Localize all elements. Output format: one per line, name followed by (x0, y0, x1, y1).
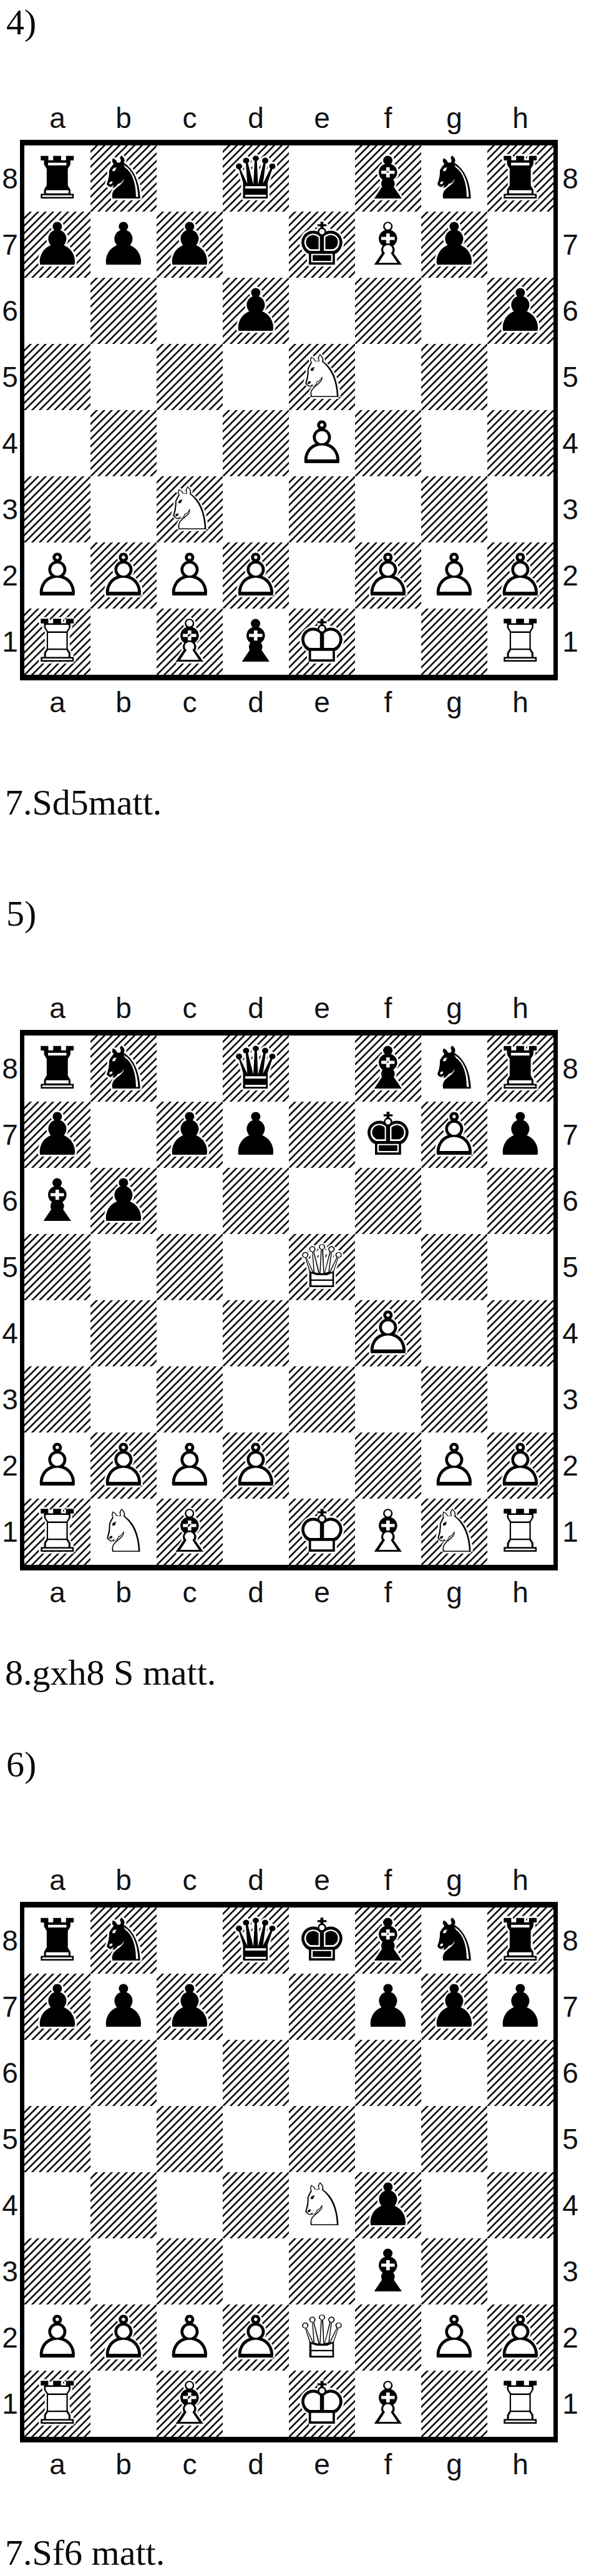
piece-white-rook: ♜♖ (24, 2371, 90, 2437)
square-a4 (24, 1300, 90, 1366)
piece-glyph: ♝ (355, 2238, 421, 2304)
file-label-d: d (248, 991, 264, 1025)
piece-black-knight: ♞ (421, 145, 487, 212)
piece-glyph: ♙ (421, 542, 487, 609)
piece-glyph: ♟ (355, 1974, 421, 2040)
file-label-c: c (183, 101, 197, 135)
square-c1: ♝♗ (157, 2371, 223, 2437)
piece-glyph: ♙ (24, 2304, 90, 2371)
square-c8 (157, 1908, 223, 1974)
piece-black-knight: ♞ (421, 1908, 487, 1974)
square-h1: ♜♖ (487, 1499, 553, 1565)
piece-glyph: ♙ (157, 1432, 223, 1499)
rank-label-8: 8 (562, 1052, 578, 1085)
square-g2: ♟♙ (421, 542, 487, 609)
square-e6 (289, 2040, 355, 2106)
square-e4: ♟♙ (289, 410, 355, 476)
piece-glyph: ♟ (157, 1974, 223, 2040)
piece-white-rook: ♜♖ (487, 2371, 553, 2437)
file-label-b: b (115, 2447, 132, 2481)
square-c7: ♟ (157, 1974, 223, 2040)
square-h3 (487, 476, 553, 542)
piece-glyph: ♘ (157, 476, 223, 542)
square-d6: ♟ (223, 278, 289, 344)
square-g3 (421, 2238, 487, 2304)
square-f2 (355, 2304, 421, 2371)
square-d8: ♛ (223, 145, 289, 212)
file-label-b: b (115, 1575, 132, 1609)
square-e7 (289, 1102, 355, 1168)
rank-label-7: 7 (2, 228, 18, 262)
rank-label-2: 2 (562, 559, 578, 592)
square-c5 (157, 1234, 223, 1300)
piece-black-bishop: ♝ (223, 609, 289, 675)
file-label-g: g (446, 685, 462, 719)
piece-black-rook: ♜ (24, 145, 90, 212)
square-g5 (421, 2106, 487, 2172)
piece-glyph: ♞ (421, 145, 487, 212)
square-e3 (289, 1366, 355, 1432)
rank-label-3: 3 (2, 1383, 18, 1416)
piece-glyph: ♙ (355, 1300, 421, 1366)
square-h3 (487, 2238, 553, 2304)
square-d7 (223, 212, 289, 278)
square-d2: ♟♙ (223, 1432, 289, 1499)
piece-glyph: ♞ (421, 1036, 487, 1102)
diagram-section-6: 6) abcdefgh 87654321 ♜♞♛♚♝♞♜♟♟♟♟♟♟♞♘♟♝♟♙… (0, 1745, 599, 2576)
square-g5 (421, 344, 487, 410)
rank-label-5: 5 (562, 2122, 578, 2156)
square-b1 (90, 609, 157, 675)
square-a8: ♜ (24, 1908, 90, 1974)
file-label-f: f (384, 2447, 392, 2481)
rank-label-7: 7 (562, 228, 578, 262)
square-h6 (487, 2040, 553, 2106)
piece-glyph: ♟ (487, 1102, 553, 1168)
piece-black-pawn: ♟ (90, 1974, 157, 2040)
file-label-d: d (248, 2447, 264, 2481)
square-b4 (90, 2172, 157, 2238)
rank-label-3: 3 (2, 492, 18, 526)
rank-label-4: 4 (562, 2188, 578, 2222)
file-label-d: d (248, 1863, 264, 1897)
piece-glyph: ♟ (421, 212, 487, 278)
piece-white-pawn: ♟♙ (90, 2304, 157, 2371)
piece-white-pawn: ♟♙ (487, 1432, 553, 1499)
file-label-c: c (183, 1863, 197, 1897)
piece-glyph: ♝ (355, 1908, 421, 1974)
piece-white-knight: ♞♘ (289, 344, 355, 410)
square-e8 (289, 1036, 355, 1102)
rank-labels-left: 87654321 (0, 1030, 20, 1565)
piece-white-pawn: ♟♙ (157, 2304, 223, 2371)
piece-glyph: ♟ (223, 1102, 289, 1168)
board-grid: ♜♞♛♝♞♜♟♟♟♚♟♙♟♝♟♛♕♟♙♟♙♟♙♟♙♟♙♟♙♟♙♜♖♞♘♝♗♚♔♝… (20, 1030, 558, 1570)
square-b5 (90, 344, 157, 410)
square-c6 (157, 1168, 223, 1234)
diagram-section-4: 4) abcdefgh 87654321 ♜♞♛♝♞♜♟♟♟♚♝♗♟♟♟♞♘♟♙… (0, 0, 599, 894)
file-labels-top: abcdefgh (24, 1863, 599, 1897)
rank-label-6: 6 (2, 2056, 18, 2090)
square-g5 (421, 1234, 487, 1300)
piece-glyph: ♚ (355, 1102, 421, 1168)
square-e5: ♞♘ (289, 344, 355, 410)
file-label-g: g (446, 1575, 462, 1609)
square-a6 (24, 2040, 90, 2106)
piece-glyph: ♟ (90, 1168, 157, 1234)
square-d1 (223, 2371, 289, 2437)
square-b2: ♟♙ (90, 542, 157, 609)
piece-glyph: ♝ (223, 609, 289, 675)
piece-white-queen: ♛♕ (289, 2304, 355, 2371)
rank-label-4: 4 (2, 2188, 18, 2222)
square-d3 (223, 1366, 289, 1432)
diagram-section-5: 5) abcdefgh 87654321 ♜♞♛♝♞♜♟♟♟♚♟♙♟♝♟♛♕♟♙… (0, 894, 599, 1745)
file-label-e: e (314, 991, 330, 1025)
square-f2: ♟♙ (355, 542, 421, 609)
piece-white-king: ♚♔ (289, 2371, 355, 2437)
piece-glyph: ♞ (90, 1036, 157, 1102)
rank-label-3: 3 (562, 1383, 578, 1416)
file-label-b: b (115, 991, 132, 1025)
piece-white-pawn: ♟♙ (355, 1300, 421, 1366)
rank-label-1: 1 (2, 625, 18, 659)
square-h3 (487, 1366, 553, 1432)
piece-glyph: ♟ (157, 212, 223, 278)
piece-glyph: ♔ (289, 609, 355, 675)
piece-black-bishop: ♝ (355, 2238, 421, 2304)
square-d5 (223, 344, 289, 410)
file-label-e: e (314, 2447, 330, 2481)
square-c2: ♟♙ (157, 2304, 223, 2371)
square-d3 (223, 476, 289, 542)
square-c4 (157, 410, 223, 476)
square-f7: ♚ (355, 1102, 421, 1168)
square-g6 (421, 278, 487, 344)
piece-glyph: ♜ (487, 1036, 553, 1102)
square-b6: ♟ (90, 1168, 157, 1234)
square-e8: ♚ (289, 1908, 355, 1974)
piece-white-pawn: ♟♙ (24, 542, 90, 609)
square-a2: ♟♙ (24, 542, 90, 609)
piece-white-rook: ♜♖ (487, 609, 553, 675)
file-label-h: h (512, 991, 528, 1025)
square-b8: ♞ (90, 1908, 157, 1974)
square-c8 (157, 145, 223, 212)
square-d7: ♟ (223, 1102, 289, 1168)
square-h1: ♜♖ (487, 2371, 553, 2437)
rank-label-4: 4 (562, 426, 578, 460)
file-labels-bottom: abcdefgh (24, 685, 599, 719)
board-grid: ♜♞♛♚♝♞♜♟♟♟♟♟♟♞♘♟♝♟♙♟♙♟♙♟♙♛♕♟♙♟♙♜♖♝♗♚♔♝♗♜… (20, 1902, 558, 2442)
square-f4: ♟♙ (355, 1300, 421, 1366)
piece-black-bishop: ♝ (355, 1908, 421, 1974)
square-a6 (24, 278, 90, 344)
file-label-c: c (183, 2447, 197, 2481)
piece-glyph: ♛ (223, 1036, 289, 1102)
file-label-c: c (183, 1575, 197, 1609)
file-label-a: a (49, 101, 66, 135)
piece-black-knight: ♞ (421, 1036, 487, 1102)
piece-glyph: ♚ (289, 1908, 355, 1974)
file-label-g: g (446, 1863, 462, 1897)
piece-black-queen: ♛ (223, 145, 289, 212)
piece-white-pawn: ♟♙ (223, 2304, 289, 2371)
square-e4 (289, 1300, 355, 1366)
piece-glyph: ♝ (24, 1168, 90, 1234)
square-g1 (421, 2371, 487, 2437)
square-h8: ♜ (487, 145, 553, 212)
rank-label-8: 8 (562, 162, 578, 195)
square-a5 (24, 344, 90, 410)
square-a5 (24, 1234, 90, 1300)
piece-black-rook: ♜ (487, 145, 553, 212)
square-g1: ♞♘ (421, 1499, 487, 1565)
square-d4 (223, 1300, 289, 1366)
piece-glyph: ♚ (289, 212, 355, 278)
square-e3 (289, 2238, 355, 2304)
square-c3 (157, 1366, 223, 1432)
piece-glyph: ♟ (24, 212, 90, 278)
file-label-e: e (314, 1575, 330, 1609)
square-b6 (90, 278, 157, 344)
file-label-a: a (49, 685, 66, 719)
rank-label-8: 8 (2, 162, 18, 195)
piece-glyph: ♙ (421, 2304, 487, 2371)
file-label-a: a (49, 1575, 66, 1609)
piece-glyph: ♙ (487, 542, 553, 609)
square-f6 (355, 2040, 421, 2106)
piece-white-pawn: ♟♙ (421, 542, 487, 609)
piece-white-rook: ♜♖ (487, 1499, 553, 1565)
file-label-h: h (512, 1863, 528, 1897)
square-a4 (24, 2172, 90, 2238)
piece-black-pawn: ♟ (90, 212, 157, 278)
square-e1: ♚♔ (289, 1499, 355, 1565)
square-g1 (421, 609, 487, 675)
piece-glyph: ♙ (421, 1432, 487, 1499)
square-h2: ♟♙ (487, 1432, 553, 1499)
square-b3 (90, 2238, 157, 2304)
piece-glyph: ♙ (24, 542, 90, 609)
piece-glyph: ♖ (487, 609, 553, 675)
square-f8: ♝ (355, 1036, 421, 1102)
piece-black-pawn: ♟ (90, 1168, 157, 1234)
file-label-b: b (115, 685, 132, 719)
square-d1 (223, 1499, 289, 1565)
square-f1 (355, 609, 421, 675)
piece-white-pawn: ♟♙ (421, 2304, 487, 2371)
piece-glyph: ♜ (24, 145, 90, 212)
square-c1: ♝♗ (157, 609, 223, 675)
piece-glyph: ♙ (421, 1102, 487, 1168)
square-g7: ♟ (421, 1974, 487, 2040)
square-g3 (421, 1366, 487, 1432)
piece-white-pawn: ♟♙ (487, 2304, 553, 2371)
piece-glyph: ♛ (223, 145, 289, 212)
square-g3 (421, 476, 487, 542)
square-b2: ♟♙ (90, 1432, 157, 1499)
square-c7: ♟ (157, 1102, 223, 1168)
piece-glyph: ♗ (355, 2371, 421, 2437)
square-d7 (223, 1974, 289, 2040)
piece-glyph: ♙ (223, 2304, 289, 2371)
file-label-c: c (183, 685, 197, 719)
piece-black-pawn: ♟ (223, 278, 289, 344)
rank-label-2: 2 (562, 2321, 578, 2354)
piece-glyph: ♖ (24, 2371, 90, 2437)
move-caption: 7.Sf6 matt. (5, 2533, 165, 2573)
square-f6 (355, 1168, 421, 1234)
square-a2: ♟♙ (24, 1432, 90, 1499)
file-label-e: e (314, 1863, 330, 1897)
piece-white-rook: ♜♖ (24, 1499, 90, 1565)
piece-black-bishop: ♝ (24, 1168, 90, 1234)
diagram-number: 4) (6, 2, 36, 42)
square-b7: ♟ (90, 1974, 157, 2040)
piece-black-pawn: ♟ (487, 278, 553, 344)
piece-white-bishop: ♝♗ (157, 609, 223, 675)
square-f7: ♟ (355, 1974, 421, 2040)
piece-black-pawn: ♟ (487, 1974, 553, 2040)
square-h5 (487, 344, 553, 410)
file-label-d: d (248, 685, 264, 719)
piece-glyph: ♙ (90, 2304, 157, 2371)
file-label-h: h (512, 1575, 528, 1609)
piece-black-king: ♚ (289, 1908, 355, 1974)
piece-glyph: ♔ (289, 2371, 355, 2437)
file-label-a: a (49, 1863, 66, 1897)
square-f7: ♝♗ (355, 212, 421, 278)
square-a3 (24, 2238, 90, 2304)
piece-white-pawn: ♟♙ (487, 542, 553, 609)
square-f4 (355, 410, 421, 476)
piece-white-pawn: ♟♙ (355, 542, 421, 609)
rank-label-6: 6 (562, 2056, 578, 2090)
square-a1: ♜♖ (24, 1499, 90, 1565)
file-label-a: a (49, 2447, 66, 2481)
file-label-f: f (384, 991, 392, 1025)
file-label-d: d (248, 1575, 264, 1609)
piece-glyph: ♙ (24, 1432, 90, 1499)
piece-white-king: ♚♔ (289, 609, 355, 675)
file-label-b: b (115, 101, 132, 135)
file-labels-top: abcdefgh (24, 991, 599, 1025)
square-c5 (157, 344, 223, 410)
square-h1: ♜♖ (487, 609, 553, 675)
square-f4: ♟ (355, 2172, 421, 2238)
square-b2: ♟♙ (90, 2304, 157, 2371)
square-h4 (487, 2172, 553, 2238)
piece-white-pawn: ♟♙ (157, 1432, 223, 1499)
square-e1: ♚♔ (289, 609, 355, 675)
file-label-f: f (384, 685, 392, 719)
square-a7: ♟ (24, 1102, 90, 1168)
piece-glyph: ♙ (157, 2304, 223, 2371)
piece-glyph: ♗ (157, 609, 223, 675)
piece-glyph: ♝ (355, 145, 421, 212)
square-d3 (223, 2238, 289, 2304)
square-h7: ♟ (487, 1102, 553, 1168)
square-c2: ♟♙ (157, 1432, 223, 1499)
square-f8: ♝ (355, 145, 421, 212)
diagram-number: 5) (6, 894, 36, 934)
file-label-e: e (314, 101, 330, 135)
square-f3 (355, 476, 421, 542)
piece-glyph: ♗ (157, 1499, 223, 1565)
rank-label-1: 1 (2, 1515, 18, 1549)
square-h6: ♟ (487, 278, 553, 344)
piece-white-pawn: ♟♙ (421, 1102, 487, 1168)
piece-white-pawn: ♟♙ (223, 542, 289, 609)
piece-white-pawn: ♟♙ (90, 542, 157, 609)
piece-white-pawn: ♟♙ (223, 1432, 289, 1499)
square-a7: ♟ (24, 212, 90, 278)
rank-label-5: 5 (2, 2122, 18, 2156)
square-c6 (157, 2040, 223, 2106)
piece-white-knight: ♞♘ (157, 476, 223, 542)
piece-glyph: ♞ (90, 145, 157, 212)
piece-black-pawn: ♟ (24, 1102, 90, 1168)
piece-black-pawn: ♟ (24, 1974, 90, 2040)
piece-black-pawn: ♟ (157, 1974, 223, 2040)
square-h7 (487, 212, 553, 278)
rank-labels-right: 87654321 (558, 1030, 583, 1565)
square-e4: ♞♘ (289, 2172, 355, 2238)
square-g6 (421, 2040, 487, 2106)
square-h6 (487, 1168, 553, 1234)
piece-glyph: ♕ (289, 2304, 355, 2371)
piece-white-pawn: ♟♙ (24, 2304, 90, 2371)
square-h5 (487, 1234, 553, 1300)
rank-label-6: 6 (562, 1184, 578, 1218)
piece-glyph: ♝ (355, 1036, 421, 1102)
file-label-f: f (384, 1575, 392, 1609)
piece-black-rook: ♜ (487, 1036, 553, 1102)
rank-label-2: 2 (2, 2321, 18, 2354)
piece-white-bishop: ♝♗ (355, 2371, 421, 2437)
rank-label-7: 7 (562, 1990, 578, 2024)
square-f8: ♝ (355, 1908, 421, 1974)
square-a3 (24, 476, 90, 542)
square-f3 (355, 1366, 421, 1432)
square-f6 (355, 278, 421, 344)
piece-black-pawn: ♟ (157, 212, 223, 278)
square-g2: ♟♙ (421, 1432, 487, 1499)
square-g8: ♞ (421, 1036, 487, 1102)
square-d8: ♛ (223, 1908, 289, 1974)
square-b7: ♟ (90, 212, 157, 278)
square-d6 (223, 2040, 289, 2106)
square-c3 (157, 2238, 223, 2304)
piece-glyph: ♗ (355, 1499, 421, 1565)
piece-white-pawn: ♟♙ (421, 1432, 487, 1499)
square-f5 (355, 344, 421, 410)
file-label-f: f (384, 1863, 392, 1897)
chess-board: abcdefgh 87654321 ♜♞♛♚♝♞♜♟♟♟♟♟♟♞♘♟♝♟♙♟♙♟… (0, 1863, 599, 2481)
square-h7: ♟ (487, 1974, 553, 2040)
rank-label-7: 7 (562, 1118, 578, 1152)
square-b1 (90, 2371, 157, 2437)
piece-black-pawn: ♟ (421, 1974, 487, 2040)
square-e2 (289, 542, 355, 609)
square-c7: ♟ (157, 212, 223, 278)
square-d1: ♝ (223, 609, 289, 675)
piece-black-pawn: ♟ (421, 212, 487, 278)
piece-glyph: ♙ (90, 1432, 157, 1499)
piece-glyph: ♟ (223, 278, 289, 344)
square-h8: ♜ (487, 1908, 553, 1974)
